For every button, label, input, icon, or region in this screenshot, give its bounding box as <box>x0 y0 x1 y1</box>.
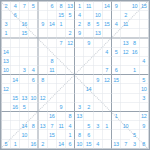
cell-r6c11-empty[interactable] <box>93 47 102 56</box>
cell-r15c9-given: 8 <box>75 130 84 139</box>
cell-r4c14-empty[interactable] <box>121 29 130 38</box>
sudoku-screenshot: 2475681311114910156155410231691412851541… <box>0 0 150 150</box>
cell-r4c4-empty[interactable] <box>29 29 38 38</box>
cell-r13c6-given: 16 <box>47 112 56 121</box>
cell-r7c12-empty[interactable] <box>103 57 112 66</box>
cell-r15c1-empty[interactable] <box>2 130 11 139</box>
cell-r16c12-empty[interactable] <box>103 139 112 148</box>
cell-r14c12-given: 1 <box>103 121 112 130</box>
cell-r2c5-empty[interactable] <box>38 11 47 20</box>
cell-r16c3-empty[interactable] <box>20 139 29 148</box>
cell-r7c9-empty[interactable] <box>75 57 84 66</box>
cell-r13c7-empty[interactable] <box>57 112 66 121</box>
cell-r4c3-given: 15 <box>20 29 29 38</box>
cell-r10c6-empty[interactable] <box>47 84 56 93</box>
cell-r11c3-given: 13 <box>20 93 29 102</box>
cell-r15c10-given: 6 <box>84 130 93 139</box>
cell-r6c9-empty[interactable] <box>75 47 84 56</box>
cell-r13c13-given: 1 <box>112 112 121 121</box>
cell-r9c9-empty[interactable] <box>75 75 84 84</box>
cell-r12c9-given: 3 <box>75 103 84 112</box>
cell-r16c5-given: 2 <box>38 139 47 148</box>
cell-r7c1-given: 13 <box>2 57 11 66</box>
cell-r13c11-empty[interactable] <box>93 112 102 121</box>
cell-r7c16-given: 4 <box>139 57 148 66</box>
cell-r9c2-given: 14 <box>11 75 20 84</box>
cell-r11c8-empty[interactable] <box>66 93 75 102</box>
cell-r3c3-given: 16 <box>20 20 29 29</box>
cell-r8c3-given: 3 <box>20 66 29 75</box>
cell-r8c16-empty[interactable] <box>139 66 148 75</box>
cell-r4c12-empty[interactable] <box>103 29 112 38</box>
cell-r3c8-empty[interactable] <box>66 20 75 29</box>
cell-r1c4-given: 5 <box>29 2 38 11</box>
cell-r1c10-given: 11 <box>84 2 93 11</box>
cell-r12c12-empty[interactable] <box>103 103 112 112</box>
cell-r14c15-empty[interactable] <box>130 121 139 130</box>
cell-r10c7-empty[interactable] <box>57 84 66 93</box>
cell-r5c10-given: 9 <box>84 38 93 47</box>
cell-r13c10-empty[interactable] <box>84 112 93 121</box>
cell-r5c16-empty[interactable] <box>139 38 148 47</box>
cell-r6c14-given: 12 <box>121 47 130 56</box>
cell-r7c11-empty[interactable] <box>93 57 102 66</box>
cell-r2c15-empty[interactable] <box>130 11 139 20</box>
cell-r16c7-given: 14 <box>57 139 66 148</box>
cell-r8c12-given: 7 <box>103 66 112 75</box>
cell-r2c12-empty[interactable] <box>103 11 112 20</box>
cell-r13c3-empty[interactable] <box>20 112 29 121</box>
cell-r8c11-empty[interactable] <box>93 66 102 75</box>
cell-r2c13-empty[interactable] <box>112 11 121 20</box>
cell-r1c15-given: 10 <box>130 2 139 11</box>
cell-r9c4-given: 6 <box>29 75 38 84</box>
cell-r10c12-empty[interactable] <box>103 84 112 93</box>
cell-r16c8-given: 6 <box>66 139 75 148</box>
cell-r12c13-empty[interactable] <box>112 103 121 112</box>
cell-r13c16-given: 12 <box>139 112 148 121</box>
cell-r10c8-empty[interactable] <box>66 84 75 93</box>
cell-r3c2-empty[interactable] <box>11 20 20 29</box>
cell-r11c1-empty[interactable] <box>2 93 11 102</box>
cell-r15c8-given: 1 <box>66 130 75 139</box>
cell-r6c10-empty[interactable] <box>84 47 93 56</box>
cell-r11c11-empty[interactable] <box>93 93 102 102</box>
cell-r2c3-empty[interactable] <box>20 11 29 20</box>
cell-r6c13-given: 5 <box>112 47 121 56</box>
cell-r2c4-empty[interactable] <box>29 11 38 20</box>
cell-r12c5-empty[interactable] <box>38 103 47 112</box>
cell-r15c15-given: 5 <box>130 130 139 139</box>
cell-r4c2-empty[interactable] <box>11 29 20 38</box>
cell-r13c5-empty[interactable] <box>38 112 47 121</box>
cell-r8c5-empty[interactable] <box>38 66 47 75</box>
cell-r8c13-given: 6 <box>112 66 121 75</box>
cell-r3c13-given: 4 <box>112 20 121 29</box>
cell-r14c7-given: 11 <box>57 121 66 130</box>
cell-r1c16-given: 15 <box>139 2 148 11</box>
cell-r1c2-given: 4 <box>11 2 20 11</box>
cell-r6c15-given: 16 <box>130 47 139 56</box>
cell-r12c1-empty[interactable] <box>2 103 11 112</box>
cell-r14c2-empty[interactable] <box>11 121 20 130</box>
cell-r2c16-empty[interactable] <box>139 11 148 20</box>
cell-r10c5-empty[interactable] <box>38 84 47 93</box>
cell-r15c13-empty[interactable] <box>112 130 121 139</box>
cell-r15c14-empty[interactable] <box>121 130 130 139</box>
cell-r1c6-given: 6 <box>47 2 56 11</box>
cell-r9c11-given: 9 <box>93 75 102 84</box>
cell-r6c8-empty[interactable] <box>66 47 75 56</box>
cell-r8c10-empty[interactable] <box>84 66 93 75</box>
cell-r7c2-empty[interactable] <box>11 57 20 66</box>
cell-r1c5-empty[interactable] <box>38 2 47 11</box>
cell-r10c10-given: 14 <box>84 84 93 93</box>
cell-r15c5-empty[interactable] <box>38 130 47 139</box>
cell-r3c1-given: 3 <box>2 20 11 29</box>
cell-r9c16-given: 5 <box>139 75 148 84</box>
cell-r7c6-given: 8 <box>47 57 56 66</box>
cell-r13c4-empty[interactable] <box>29 112 38 121</box>
cell-r11c16-given: 3 <box>139 93 148 102</box>
cell-r3c16-empty[interactable] <box>139 20 148 29</box>
cell-r7c15-empty[interactable] <box>130 57 139 66</box>
cell-r2c2-given: 6 <box>11 11 20 20</box>
cell-r9c6-empty[interactable] <box>47 75 56 84</box>
cell-r4c1-given: 1 <box>2 29 11 38</box>
cell-r15c6-given: 15 <box>47 130 56 139</box>
cell-r7c10-empty[interactable] <box>84 57 93 66</box>
cell-r15c11-empty[interactable] <box>93 130 102 139</box>
cell-r5c14-given: 13 <box>121 38 130 47</box>
cell-r5c1-empty[interactable] <box>2 38 11 47</box>
cell-r10c15-empty[interactable] <box>130 84 139 93</box>
cell-r8c7-empty[interactable] <box>57 66 66 75</box>
cell-r11c6-empty[interactable] <box>47 93 56 102</box>
cell-r1c11-empty[interactable] <box>93 2 102 11</box>
cell-r5c12-empty[interactable] <box>103 38 112 47</box>
cell-r15c12-empty[interactable] <box>103 130 112 139</box>
cell-r14c3-given: 14 <box>20 121 29 130</box>
cell-r7c4-empty[interactable] <box>29 57 38 66</box>
cell-r2c14-given: 2 <box>121 11 130 20</box>
cell-r5c2-empty[interactable] <box>11 38 20 47</box>
cell-r4c10-empty[interactable] <box>84 29 93 38</box>
cell-r1c3-given: 7 <box>20 2 29 11</box>
cell-r13c12-empty[interactable] <box>103 112 112 121</box>
cell-r10c13-empty[interactable] <box>112 84 121 93</box>
cell-r14c6-given: 7 <box>47 121 56 130</box>
cell-r12c4-empty[interactable] <box>29 103 38 112</box>
cell-r10c3-empty[interactable] <box>20 84 29 93</box>
cell-r13c2-empty[interactable] <box>11 112 20 121</box>
cell-r14c10-given: 5 <box>84 121 93 130</box>
cell-r11c5-given: 12 <box>38 93 47 102</box>
cell-r1c8-given: 13 <box>66 2 75 11</box>
cell-r11c13-empty[interactable] <box>112 93 121 102</box>
cell-r16c13-given: 13 <box>112 139 121 148</box>
cell-r6c4-empty[interactable] <box>29 47 38 56</box>
cell-r15c16-empty[interactable] <box>139 130 148 139</box>
cell-r2c1-empty[interactable] <box>2 11 11 20</box>
cell-r9c5-given: 8 <box>38 75 47 84</box>
cell-r15c7-empty[interactable] <box>57 130 66 139</box>
cell-r13c9-given: 13 <box>75 112 84 121</box>
cell-r6c3-empty[interactable] <box>20 47 29 56</box>
cell-r6c1-given: 14 <box>2 47 11 56</box>
cell-r16c1-given: 5 <box>2 139 11 148</box>
cell-r11c10-empty[interactable] <box>84 93 93 102</box>
cell-r8c15-given: 1 <box>130 66 139 75</box>
cell-r9c7-empty[interactable] <box>57 75 66 84</box>
cell-r14c13-empty[interactable] <box>112 121 121 130</box>
cell-r16c10-given: 15 <box>84 139 93 148</box>
cell-r8c6-given: 11 <box>47 66 56 75</box>
cell-r4c15-empty[interactable] <box>130 29 139 38</box>
cell-r16c16-given: 8 <box>139 139 148 148</box>
cell-r9c15-empty[interactable] <box>130 75 139 84</box>
cell-r5c11-empty[interactable] <box>93 38 102 47</box>
cell-r4c9-given: 9 <box>75 29 84 38</box>
cell-r10c9-empty[interactable] <box>75 84 84 93</box>
cell-r1c1-given: 2 <box>2 2 11 11</box>
cell-r10c1-given: 12 <box>2 84 11 93</box>
cell-r8c4-given: 4 <box>29 66 38 75</box>
cell-r5c9-empty[interactable] <box>75 38 84 47</box>
cell-r4c5-empty[interactable] <box>38 29 47 38</box>
cell-r10c2-empty[interactable] <box>11 84 20 93</box>
cell-r3c4-empty[interactable] <box>29 20 38 29</box>
cell-r16c11-given: 4 <box>93 139 102 148</box>
cell-r6c5-empty[interactable] <box>38 47 47 56</box>
cell-r15c2-empty[interactable] <box>11 130 20 139</box>
cell-r14c11-given: 3 <box>93 121 102 130</box>
cell-r12c7-given: 9 <box>57 103 66 112</box>
cell-r6c12-given: 4 <box>103 47 112 56</box>
cell-r3c5-given: 9 <box>38 20 47 29</box>
cell-r11c9-empty[interactable] <box>75 93 84 102</box>
cell-r9c13-given: 15 <box>112 75 121 84</box>
cell-r7c5-empty[interactable] <box>38 57 47 66</box>
cell-r12c11-empty[interactable] <box>93 103 102 112</box>
cell-r1c7-given: 8 <box>57 2 66 11</box>
cell-r14c8-given: 4 <box>66 121 75 130</box>
cell-r11c7-empty[interactable] <box>57 93 66 102</box>
cell-r9c8-empty[interactable] <box>66 75 75 84</box>
cell-r9c14-empty[interactable] <box>121 75 130 84</box>
cell-r8c14-empty[interactable] <box>121 66 130 75</box>
cell-r7c8-empty[interactable] <box>66 57 75 66</box>
cell-r5c6-empty[interactable] <box>47 38 56 47</box>
cell-r5c7-given: 7 <box>57 38 66 47</box>
cell-r16c6-empty[interactable] <box>47 139 56 148</box>
cell-r5c15-given: 8 <box>130 38 139 47</box>
cell-r10c11-empty[interactable] <box>93 84 102 93</box>
cell-r9c12-given: 12 <box>103 75 112 84</box>
cell-r8c8-empty[interactable] <box>66 66 75 75</box>
cell-r15c3-given: 10 <box>20 130 29 139</box>
cell-r2c9-given: 4 <box>75 11 84 20</box>
cell-r16c9-given: 10 <box>75 139 84 148</box>
cell-r16c2-given: 1 <box>11 139 20 148</box>
cell-r14c9-empty[interactable] <box>75 121 84 130</box>
cell-r11c15-empty[interactable] <box>130 93 139 102</box>
cell-r3c10-given: 8 <box>84 20 93 29</box>
cell-r7c7-empty[interactable] <box>57 57 66 66</box>
cell-r7c13-empty[interactable] <box>112 57 121 66</box>
cell-r2c11-given: 10 <box>93 11 102 20</box>
sudoku-board: 2475681311114910156155410231691412851541… <box>2 2 149 149</box>
cell-r14c1-empty[interactable] <box>2 121 11 130</box>
cell-r1c9-given: 1 <box>75 2 84 11</box>
cell-r13c8-given: 8 <box>66 112 75 121</box>
cell-r3c12-given: 15 <box>103 20 112 29</box>
cell-r12c6-empty[interactable] <box>47 103 56 112</box>
cell-r1c13-given: 9 <box>112 2 121 11</box>
cell-r3c14-given: 11 <box>121 20 130 29</box>
cell-r11c4-given: 10 <box>29 93 38 102</box>
sudoku-board-frame: 2475681311114910156155410231691412851541… <box>0 0 150 150</box>
cell-r10c4-empty[interactable] <box>29 84 38 93</box>
cell-r2c6-empty[interactable] <box>47 11 56 20</box>
cell-r5c3-empty[interactable] <box>20 38 29 47</box>
cell-r13c14-empty[interactable] <box>121 112 130 121</box>
cell-r12c14-empty[interactable] <box>121 103 130 112</box>
cell-r12c15-empty[interactable] <box>130 103 139 112</box>
cell-r12c3-given: 5 <box>20 103 29 112</box>
cell-r5c5-empty[interactable] <box>38 38 47 47</box>
cell-r8c9-empty[interactable] <box>75 66 84 75</box>
cell-r6c2-empty[interactable] <box>11 47 20 56</box>
cell-r14c5-given: 13 <box>38 121 47 130</box>
cell-r4c11-given: 13 <box>93 29 102 38</box>
cell-r11c12-empty[interactable] <box>103 93 112 102</box>
cell-r3c15-empty[interactable] <box>130 20 139 29</box>
cell-r6c6-empty[interactable] <box>47 47 56 56</box>
cell-r9c3-empty[interactable] <box>20 75 29 84</box>
cell-r9c10-empty[interactable] <box>84 75 93 84</box>
cell-r6c16-empty[interactable] <box>139 47 148 56</box>
cell-r2c8-given: 5 <box>66 11 75 20</box>
cell-r11c14-empty[interactable] <box>121 93 130 102</box>
cell-r16c4-given: 16 <box>29 139 38 148</box>
cell-r4c16-empty[interactable] <box>139 29 148 38</box>
cell-r12c10-given: 2 <box>84 103 93 112</box>
cell-r14c16-given: 9 <box>139 121 148 130</box>
cell-r3c6-given: 14 <box>47 20 56 29</box>
cell-r4c8-given: 2 <box>66 29 75 38</box>
cell-r8c2-empty[interactable] <box>11 66 20 75</box>
cell-r12c2-given: 16 <box>11 103 20 112</box>
cell-r9c1-empty[interactable] <box>2 75 11 84</box>
cell-r5c8-given: 12 <box>66 38 75 47</box>
cell-r16c15-given: 3 <box>130 139 139 148</box>
cell-r4c6-empty[interactable] <box>47 29 56 38</box>
cell-r3c7-given: 1 <box>57 20 66 29</box>
cell-r13c1-empty[interactable] <box>2 112 11 121</box>
cell-r7c3-empty[interactable] <box>20 57 29 66</box>
cell-r8c1-given: 10 <box>2 66 11 75</box>
cell-r1c12-given: 14 <box>103 2 112 11</box>
cell-r7c14-empty[interactable] <box>121 57 130 66</box>
cell-r4c7-empty[interactable] <box>57 29 66 38</box>
cell-r10c14-empty[interactable] <box>121 84 130 93</box>
cell-r5c13-empty[interactable] <box>112 38 121 47</box>
cell-r2c10-empty[interactable] <box>84 11 93 20</box>
cell-r14c14-given: 10 <box>121 121 130 130</box>
cell-r16c14-given: 7 <box>121 139 130 148</box>
cell-r3c9-given: 2 <box>75 20 84 29</box>
cell-r3c11-given: 5 <box>93 20 102 29</box>
cell-r12c16-empty[interactable] <box>139 103 148 112</box>
cell-r14c4-given: 8 <box>29 121 38 130</box>
cell-r10c16-given: 10 <box>139 84 148 93</box>
cell-r12c8-empty[interactable] <box>66 103 75 112</box>
cell-r4c13-empty[interactable] <box>112 29 121 38</box>
cell-r15c4-empty[interactable] <box>29 130 38 139</box>
cell-r1c14-empty[interactable] <box>121 2 130 11</box>
cell-r13c15-empty[interactable] <box>130 112 139 121</box>
cell-r11c2-given: 15 <box>11 93 20 102</box>
cell-r5c4-empty[interactable] <box>29 38 38 47</box>
cell-r2c7-given: 15 <box>57 11 66 20</box>
cell-r6c7-empty[interactable] <box>57 47 66 56</box>
